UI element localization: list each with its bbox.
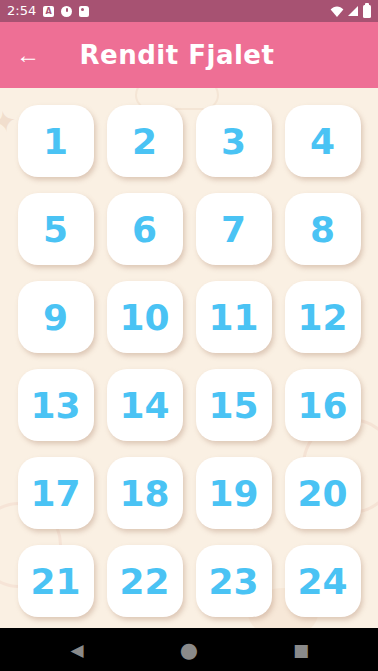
level-grid: 1 2 3 4 5 6 7 8 9 10 11 12 13 14 15 16 1… bbox=[0, 88, 378, 617]
level-button-21[interactable]: 21 bbox=[18, 545, 94, 617]
level-button-5[interactable]: 5 bbox=[18, 193, 94, 265]
nav-recents-icon[interactable]: ■ bbox=[290, 640, 312, 660]
status-bar-left: 2:54 A bbox=[7, 0, 89, 22]
app-bar: ← Rendit Fjalet bbox=[0, 22, 378, 88]
bag-notification-icon bbox=[79, 6, 89, 17]
nav-back-icon[interactable]: ◀ bbox=[66, 640, 88, 660]
level-button-8[interactable]: 8 bbox=[285, 193, 361, 265]
android-nav-bar: ◀ ● ■ bbox=[0, 628, 378, 671]
level-button-16[interactable]: 16 bbox=[285, 369, 361, 441]
level-button-4[interactable]: 4 bbox=[285, 105, 361, 177]
wifi-icon bbox=[330, 6, 344, 17]
cellular-signal-icon bbox=[347, 5, 359, 17]
level-button-23[interactable]: 23 bbox=[196, 545, 272, 617]
page-title: Rendit Fjalet bbox=[0, 40, 354, 70]
level-button-10[interactable]: 10 bbox=[107, 281, 183, 353]
level-button-18[interactable]: 18 bbox=[107, 457, 183, 529]
status-bar-right bbox=[330, 5, 371, 18]
level-button-1[interactable]: 1 bbox=[18, 105, 94, 177]
level-grid-area: ✦ 1 2 3 4 5 6 7 8 9 10 11 12 13 14 15 16… bbox=[0, 88, 378, 628]
level-button-19[interactable]: 19 bbox=[196, 457, 272, 529]
level-button-24[interactable]: 24 bbox=[285, 545, 361, 617]
app-screen: 2:54 A ← Rendit Fjalet ✦ 1 2 bbox=[0, 0, 378, 671]
level-button-22[interactable]: 22 bbox=[107, 545, 183, 617]
level-button-7[interactable]: 7 bbox=[196, 193, 272, 265]
level-button-6[interactable]: 6 bbox=[107, 193, 183, 265]
status-bar: 2:54 A bbox=[0, 0, 378, 22]
level-button-14[interactable]: 14 bbox=[107, 369, 183, 441]
a-app-notification-icon: A bbox=[43, 6, 54, 17]
status-time: 2:54 bbox=[7, 0, 36, 22]
level-button-12[interactable]: 12 bbox=[285, 281, 361, 353]
level-button-9[interactable]: 9 bbox=[18, 281, 94, 353]
level-button-15[interactable]: 15 bbox=[196, 369, 272, 441]
level-button-3[interactable]: 3 bbox=[196, 105, 272, 177]
level-button-2[interactable]: 2 bbox=[107, 105, 183, 177]
level-button-20[interactable]: 20 bbox=[285, 457, 361, 529]
nav-home-icon[interactable]: ● bbox=[178, 638, 200, 662]
record-notification-icon bbox=[61, 6, 72, 17]
level-button-17[interactable]: 17 bbox=[18, 457, 94, 529]
level-button-11[interactable]: 11 bbox=[196, 281, 272, 353]
level-button-13[interactable]: 13 bbox=[18, 369, 94, 441]
battery-icon bbox=[363, 5, 371, 18]
